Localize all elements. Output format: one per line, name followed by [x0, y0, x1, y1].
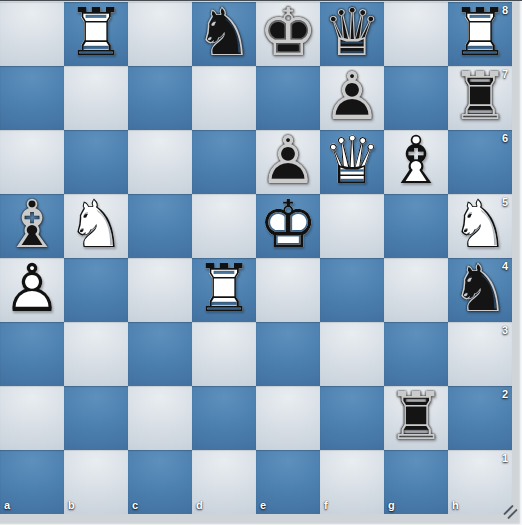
- piece-black-queen[interactable]: ♛♕: [320, 2, 384, 66]
- piece-black-rook[interactable]: ♜♖: [384, 386, 448, 450]
- square-b1[interactable]: b: [64, 450, 128, 514]
- chess-board[interactable]: ♜♖♞♘♚♔♛♕8♜♖♟♙7♜♖♟♙♛♕♝♗6♝♗♞♘♚♔5♞♘♟♙♜♖4♞♘3…: [0, 2, 512, 514]
- square-a4[interactable]: ♟♙: [0, 258, 64, 322]
- file-label: c: [132, 500, 138, 511]
- file-label: h: [452, 500, 459, 511]
- square-h3[interactable]: 3: [448, 322, 512, 386]
- board-frame: ♜♖♞♘♚♔♛♕8♜♖♟♙7♜♖♟♙♛♕♝♗6♝♗♞♘♚♔5♞♘♟♙♜♖4♞♘3…: [0, 0, 522, 525]
- square-b2[interactable]: [64, 386, 128, 450]
- square-e3[interactable]: [256, 322, 320, 386]
- square-g1[interactable]: g: [384, 450, 448, 514]
- file-label: f: [324, 500, 328, 511]
- square-e1[interactable]: e: [256, 450, 320, 514]
- file-label: b: [68, 500, 75, 511]
- square-f2[interactable]: [320, 386, 384, 450]
- piece-white-knight[interactable]: ♞♘: [64, 194, 128, 258]
- piece-white-rook[interactable]: ♜♖: [192, 258, 256, 322]
- square-b6[interactable]: [64, 130, 128, 194]
- resize-grip-icon[interactable]: [502, 502, 519, 519]
- square-g8[interactable]: [384, 2, 448, 66]
- square-c3[interactable]: [128, 322, 192, 386]
- piece-white-pawn[interactable]: ♟♙: [0, 258, 64, 322]
- square-h7[interactable]: 7♜♖: [448, 66, 512, 130]
- square-b5[interactable]: ♞♘: [64, 194, 128, 258]
- square-c7[interactable]: [128, 66, 192, 130]
- square-g5[interactable]: [384, 194, 448, 258]
- rank-label: 6: [502, 133, 508, 144]
- piece-black-pawn[interactable]: ♟♙: [256, 130, 320, 194]
- rank-label: 7: [502, 69, 508, 80]
- square-a3[interactable]: [0, 322, 64, 386]
- square-h6[interactable]: 6: [448, 130, 512, 194]
- square-f4[interactable]: [320, 258, 384, 322]
- square-g3[interactable]: [384, 322, 448, 386]
- piece-white-queen[interactable]: ♛♕: [320, 130, 384, 194]
- square-h4[interactable]: 4♞♘: [448, 258, 512, 322]
- piece-white-king[interactable]: ♚♔: [256, 194, 320, 258]
- square-e6[interactable]: ♟♙: [256, 130, 320, 194]
- square-f3[interactable]: [320, 322, 384, 386]
- piece-black-king[interactable]: ♚♔: [256, 2, 320, 66]
- square-d6[interactable]: [192, 130, 256, 194]
- square-c8[interactable]: [128, 2, 192, 66]
- square-h5[interactable]: 5♞♘: [448, 194, 512, 258]
- square-c1[interactable]: c: [128, 450, 192, 514]
- square-a8[interactable]: [0, 2, 64, 66]
- square-g7[interactable]: [384, 66, 448, 130]
- square-f7[interactable]: ♟♙: [320, 66, 384, 130]
- square-d3[interactable]: [192, 322, 256, 386]
- square-e7[interactable]: [256, 66, 320, 130]
- piece-black-knight[interactable]: ♞♘: [192, 2, 256, 66]
- square-h2[interactable]: 2: [448, 386, 512, 450]
- square-d8[interactable]: ♞♘: [192, 2, 256, 66]
- square-c6[interactable]: [128, 130, 192, 194]
- square-b4[interactable]: [64, 258, 128, 322]
- file-label: e: [260, 500, 266, 511]
- square-f8[interactable]: ♛♕: [320, 2, 384, 66]
- square-d2[interactable]: [192, 386, 256, 450]
- rank-label: 4: [502, 261, 508, 272]
- square-b7[interactable]: [64, 66, 128, 130]
- square-f6[interactable]: ♛♕: [320, 130, 384, 194]
- square-c5[interactable]: [128, 194, 192, 258]
- file-label: g: [388, 500, 395, 511]
- square-a2[interactable]: [0, 386, 64, 450]
- piece-black-pawn[interactable]: ♟♙: [320, 66, 384, 130]
- rank-label: 2: [502, 389, 508, 400]
- piece-white-rook[interactable]: ♜♖: [64, 2, 128, 66]
- square-g2[interactable]: ♜♖: [384, 386, 448, 450]
- piece-white-bishop[interactable]: ♝♗: [384, 130, 448, 194]
- square-e4[interactable]: [256, 258, 320, 322]
- rank-label: 1: [502, 453, 508, 464]
- square-h8[interactable]: 8♜♖: [448, 2, 512, 66]
- square-c4[interactable]: [128, 258, 192, 322]
- square-a7[interactable]: [0, 66, 64, 130]
- square-c2[interactable]: [128, 386, 192, 450]
- square-d5[interactable]: [192, 194, 256, 258]
- square-d1[interactable]: d: [192, 450, 256, 514]
- square-a1[interactable]: a: [0, 450, 64, 514]
- file-label: a: [4, 500, 10, 511]
- square-g6[interactable]: ♝♗: [384, 130, 448, 194]
- square-a5[interactable]: ♝♗: [0, 194, 64, 258]
- rank-label: 3: [502, 325, 508, 336]
- square-e8[interactable]: ♚♔: [256, 2, 320, 66]
- file-label: d: [196, 500, 203, 511]
- square-e2[interactable]: [256, 386, 320, 450]
- square-f1[interactable]: f: [320, 450, 384, 514]
- rank-label: 8: [502, 5, 508, 16]
- square-e5[interactable]: ♚♔: [256, 194, 320, 258]
- square-g4[interactable]: [384, 258, 448, 322]
- square-d4[interactable]: ♜♖: [192, 258, 256, 322]
- square-b8[interactable]: ♜♖: [64, 2, 128, 66]
- square-d7[interactable]: [192, 66, 256, 130]
- rank-label: 5: [502, 197, 508, 208]
- piece-black-bishop[interactable]: ♝♗: [0, 194, 64, 258]
- square-f5[interactable]: [320, 194, 384, 258]
- square-a6[interactable]: [0, 130, 64, 194]
- square-b3[interactable]: [64, 322, 128, 386]
